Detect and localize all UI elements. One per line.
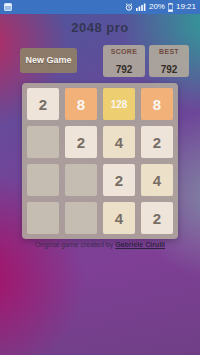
best-box: BEST 792 — [149, 45, 189, 77]
tile-4: 4 — [103, 126, 135, 158]
tile-4: 4 — [103, 202, 135, 234]
tile-2: 2 — [103, 164, 135, 196]
footer-credit-text: Original game created by — [35, 241, 115, 248]
alarm-icon — [125, 3, 133, 11]
empty-cell — [27, 164, 59, 196]
tile-8: 8 — [141, 88, 173, 120]
score-label: SCORE — [111, 48, 137, 55]
tile-128: 128 — [103, 88, 135, 120]
score-box: SCORE 792 — [103, 45, 145, 77]
tile-2: 2 — [27, 88, 59, 120]
empty-cell — [27, 202, 59, 234]
empty-cell — [27, 126, 59, 158]
footer-credit: Original game created by Gabriele Cirull… — [0, 241, 200, 248]
clock: 19:21 — [176, 0, 196, 14]
new-game-button[interactable]: New Game — [20, 48, 77, 73]
battery-icon — [168, 3, 173, 12]
author-link[interactable]: Gabriele Cirulli — [115, 241, 165, 248]
empty-cell — [65, 202, 97, 234]
best-value: 792 — [161, 64, 178, 75]
tile-8: 8 — [65, 88, 97, 120]
empty-cell — [65, 164, 97, 196]
tile-4: 4 — [141, 164, 173, 196]
battery-percent: 20% — [149, 0, 165, 14]
best-label: BEST — [159, 48, 179, 55]
tile-2: 2 — [141, 126, 173, 158]
page-title: 2048 pro — [0, 20, 200, 35]
screenshot-notification-icon — [4, 3, 12, 11]
tile-2: 2 — [65, 126, 97, 158]
game-board[interactable]: 2812882422442 — [22, 83, 178, 239]
tile-2: 2 — [141, 202, 173, 234]
signal-icon — [136, 3, 146, 11]
score-value: 792 — [116, 64, 133, 75]
status-bar: 20% 19:21 — [0, 0, 200, 14]
